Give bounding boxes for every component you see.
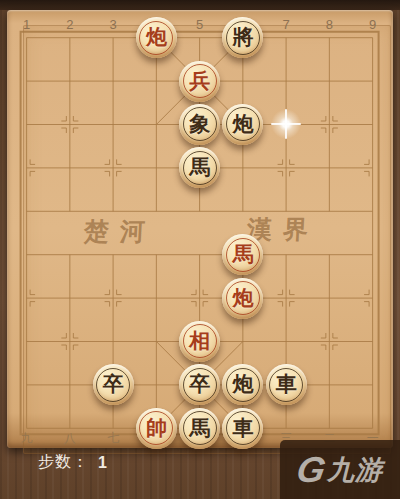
step-counter-label: 步数： bbox=[38, 452, 89, 473]
ninegame-logo-text: 九游 bbox=[327, 452, 383, 488]
piece-char: 車 bbox=[276, 374, 297, 395]
piece-char: 炮 bbox=[146, 27, 167, 48]
file-label-top-5: 5 bbox=[178, 17, 221, 32]
watermark-overlay: G 九游 bbox=[280, 440, 400, 499]
piece-black-象-f5r2[interactable]: 象 bbox=[179, 104, 220, 145]
ninegame-logo-icon: G bbox=[294, 452, 328, 488]
river-label-chu: 楚河 bbox=[83, 215, 157, 248]
piece-char: 車 bbox=[232, 418, 253, 439]
piece-char: 帥 bbox=[146, 418, 167, 439]
piece-char: 相 bbox=[189, 331, 210, 352]
file-label-top-2: 2 bbox=[48, 17, 91, 32]
file-label-bottom-2: 八 bbox=[48, 430, 91, 447]
game-screen: 123456789 九八七六五四三二一 楚河 漢界 炮將兵象炮馬馬炮相卒卒炮車帥… bbox=[0, 0, 400, 499]
file-label-top-8: 8 bbox=[308, 17, 351, 32]
piece-red-帥-f4r9[interactable]: 帥 bbox=[136, 408, 177, 449]
step-counter-value: 1 bbox=[98, 454, 108, 472]
piece-char: 馬 bbox=[189, 418, 210, 439]
piece-char: 兵 bbox=[189, 71, 210, 92]
file-label-top-1: 1 bbox=[5, 17, 48, 32]
piece-black-馬-f5r9[interactable]: 馬 bbox=[179, 408, 220, 449]
piece-char: 象 bbox=[189, 114, 210, 135]
top-shadow-strip bbox=[0, 0, 400, 10]
piece-black-車-f7r8[interactable]: 車 bbox=[266, 364, 307, 405]
piece-black-卒-f3r8[interactable]: 卒 bbox=[93, 364, 134, 405]
file-label-top-7: 7 bbox=[265, 17, 308, 32]
file-label-top-9: 9 bbox=[351, 17, 394, 32]
piece-black-車-f6r9[interactable]: 車 bbox=[222, 408, 263, 449]
piece-char: 炮 bbox=[232, 374, 253, 395]
piece-char: 卒 bbox=[189, 374, 210, 395]
piece-red-相-f5r7[interactable]: 相 bbox=[179, 321, 220, 362]
piece-red-炮-f6r6[interactable]: 炮 bbox=[222, 278, 263, 319]
piece-char: 馬 bbox=[189, 157, 210, 178]
file-label-bottom-1: 九 bbox=[5, 430, 48, 447]
file-labels-top: 123456789 bbox=[5, 17, 395, 32]
piece-char: 炮 bbox=[232, 114, 253, 135]
piece-red-兵-f5r1[interactable]: 兵 bbox=[179, 61, 220, 102]
file-label-bottom-3: 七 bbox=[92, 430, 135, 447]
piece-red-炮-f4r0[interactable]: 炮 bbox=[136, 17, 177, 58]
piece-char: 將 bbox=[232, 27, 253, 48]
file-label-top-3: 3 bbox=[92, 17, 135, 32]
piece-char: 馬 bbox=[232, 244, 253, 265]
piece-char: 炮 bbox=[232, 288, 253, 309]
piece-char: 卒 bbox=[103, 374, 124, 395]
step-counter: 步数： 1 bbox=[38, 452, 108, 473]
